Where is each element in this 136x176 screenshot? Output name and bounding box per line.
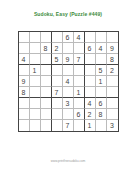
cell-r7c6	[74, 98, 85, 109]
cell-r4c1	[19, 65, 30, 76]
cell-r5c5: 4	[63, 76, 74, 87]
footer-url: www.printfreesudoku.com	[51, 159, 85, 163]
cell-r3c4: 5	[52, 54, 63, 65]
cell-r4c4	[52, 65, 63, 76]
cell-r2c6	[74, 43, 85, 54]
cell-r6c1: 8	[19, 87, 30, 98]
cell-r3c6: 7	[74, 54, 85, 65]
cell-r2c4: 2	[52, 43, 63, 54]
cell-r5c1: 9	[19, 76, 30, 87]
cell-r7c2	[30, 98, 41, 109]
cell-r2c1	[19, 43, 30, 54]
cell-r3c9: 8	[107, 54, 118, 65]
cell-r9c7: 1	[85, 120, 96, 131]
cell-r9c1	[19, 120, 30, 131]
cell-r5c9	[107, 76, 118, 87]
cell-r6c8	[96, 87, 107, 98]
cell-r9c9: 3	[107, 120, 118, 131]
cell-r4c3	[41, 65, 52, 76]
cell-r6c9	[107, 87, 118, 98]
cell-r4c9: 2	[107, 65, 118, 76]
cell-r1c7	[85, 32, 96, 43]
cell-r6c7	[85, 87, 96, 98]
cell-r8c5	[63, 109, 74, 120]
cell-r8c4	[52, 109, 63, 120]
cell-r2c8: 4	[96, 43, 107, 54]
cell-r1c1	[19, 32, 30, 43]
cell-r7c8: 6	[96, 98, 107, 109]
cell-r2c9: 9	[107, 43, 118, 54]
cell-r2c7: 6	[85, 43, 96, 54]
cell-r3c8	[96, 54, 107, 65]
cell-r7c7: 4	[85, 98, 96, 109]
cell-r4c5	[63, 65, 74, 76]
cell-r3c3	[41, 54, 52, 65]
cell-r8c9	[107, 109, 118, 120]
cell-r5c7	[85, 76, 96, 87]
cell-r8c1	[19, 109, 30, 120]
cell-r6c3	[41, 87, 52, 98]
cell-r9c2	[30, 120, 41, 131]
cell-r7c9	[107, 98, 118, 109]
cell-r1c4	[52, 32, 63, 43]
cell-r7c1	[19, 98, 30, 109]
cell-r6c6: 1	[74, 87, 85, 98]
cell-r4c6	[74, 65, 85, 76]
cell-r8c8: 8	[96, 109, 107, 120]
cell-r5c4	[52, 76, 63, 87]
cell-r1c9	[107, 32, 118, 43]
cell-r4c2: 1	[30, 65, 41, 76]
sudoku-board: 648264945978152941871346628713	[18, 31, 119, 132]
cell-r8c2	[30, 109, 41, 120]
cell-r2c3: 8	[41, 43, 52, 54]
cell-r7c5: 3	[63, 98, 74, 109]
cell-r8c6: 6	[74, 109, 85, 120]
puzzle-title: Sudoku, Easy (Puzzle #449)	[34, 11, 102, 17]
cell-r5c3	[41, 76, 52, 87]
cell-r3c7	[85, 54, 96, 65]
cell-r3c2	[30, 54, 41, 65]
cell-r4c8: 5	[96, 65, 107, 76]
cell-r3c5: 9	[63, 54, 74, 65]
cell-r5c2	[30, 76, 41, 87]
cell-r9c5: 7	[63, 120, 74, 131]
cell-r1c6: 4	[74, 32, 85, 43]
cell-r2c2	[30, 43, 41, 54]
cell-r6c4: 7	[52, 87, 63, 98]
cell-r6c5	[63, 87, 74, 98]
cell-r8c7: 2	[85, 109, 96, 120]
cell-r1c3	[41, 32, 52, 43]
cell-r7c4	[52, 98, 63, 109]
cell-r5c6	[74, 76, 85, 87]
cell-r2c5	[63, 43, 74, 54]
cell-r7c3	[41, 98, 52, 109]
cell-r9c4	[52, 120, 63, 131]
cell-r9c6	[74, 120, 85, 131]
cell-r1c2	[30, 32, 41, 43]
cell-r1c5: 6	[63, 32, 74, 43]
cell-r6c2	[30, 87, 41, 98]
cell-r1c8	[96, 32, 107, 43]
cell-r5c8: 1	[96, 76, 107, 87]
cell-r9c3	[41, 120, 52, 131]
cell-r4c7	[85, 65, 96, 76]
cell-r8c3	[41, 109, 52, 120]
cell-r3c1: 4	[19, 54, 30, 65]
cell-r9c8	[96, 120, 107, 131]
